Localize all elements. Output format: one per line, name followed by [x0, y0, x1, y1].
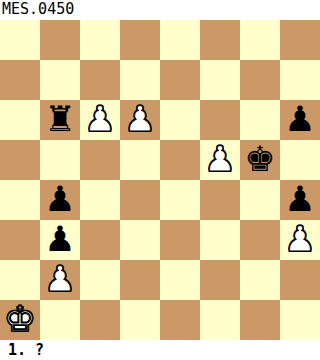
square-b2[interactable]: ♟ — [40, 260, 80, 300]
black-pawn: ♟ — [284, 182, 315, 217]
square-e2[interactable] — [160, 260, 200, 300]
square-a8[interactable] — [0, 20, 40, 60]
chess-board: ♜♟♟♟♟♚♟♟♟♟♟♚ — [0, 20, 320, 340]
black-rook: ♜ — [44, 102, 75, 137]
square-c3[interactable] — [80, 220, 120, 260]
square-d5[interactable] — [120, 140, 160, 180]
white-pawn: ♟ — [204, 142, 235, 177]
square-b5[interactable] — [40, 140, 80, 180]
diagram-title: MES.0450 — [0, 0, 320, 20]
square-d2[interactable] — [120, 260, 160, 300]
square-b4[interactable]: ♟ — [40, 180, 80, 220]
square-h7[interactable] — [280, 60, 320, 100]
square-d4[interactable] — [120, 180, 160, 220]
square-b7[interactable] — [40, 60, 80, 100]
square-e7[interactable] — [160, 60, 200, 100]
square-e3[interactable] — [160, 220, 200, 260]
square-f6[interactable] — [200, 100, 240, 140]
square-g7[interactable] — [240, 60, 280, 100]
square-b3[interactable]: ♟ — [40, 220, 80, 260]
square-a1[interactable]: ♚ — [0, 300, 40, 340]
square-h3[interactable]: ♟ — [280, 220, 320, 260]
square-c1[interactable] — [80, 300, 120, 340]
black-pawn: ♟ — [284, 102, 315, 137]
square-g1[interactable] — [240, 300, 280, 340]
square-a6[interactable] — [0, 100, 40, 140]
black-king: ♚ — [244, 142, 275, 177]
square-e6[interactable] — [160, 100, 200, 140]
square-a3[interactable] — [0, 220, 40, 260]
square-e4[interactable] — [160, 180, 200, 220]
square-f4[interactable] — [200, 180, 240, 220]
square-a2[interactable] — [0, 260, 40, 300]
square-c5[interactable] — [80, 140, 120, 180]
square-g6[interactable] — [240, 100, 280, 140]
black-pawn: ♟ — [44, 182, 75, 217]
square-c4[interactable] — [80, 180, 120, 220]
square-f1[interactable] — [200, 300, 240, 340]
square-b1[interactable] — [40, 300, 80, 340]
square-f2[interactable] — [200, 260, 240, 300]
square-b6[interactable]: ♜ — [40, 100, 80, 140]
square-g3[interactable] — [240, 220, 280, 260]
square-c2[interactable] — [80, 260, 120, 300]
square-e5[interactable] — [160, 140, 200, 180]
square-h4[interactable]: ♟ — [280, 180, 320, 220]
white-pawn: ♟ — [124, 102, 155, 137]
square-c6[interactable]: ♟ — [80, 100, 120, 140]
square-d1[interactable] — [120, 300, 160, 340]
white-pawn: ♟ — [44, 262, 75, 297]
square-f8[interactable] — [200, 20, 240, 60]
white-pawn: ♟ — [284, 222, 315, 257]
move-prompt: 1. ? — [0, 340, 320, 360]
square-g5[interactable]: ♚ — [240, 140, 280, 180]
square-f5[interactable]: ♟ — [200, 140, 240, 180]
white-king: ♚ — [4, 302, 35, 337]
square-f3[interactable] — [200, 220, 240, 260]
chess-puzzle-page: MES.0450 ♜♟♟♟♟♚♟♟♟♟♟♚ 1. ? — [0, 0, 320, 360]
square-d8[interactable] — [120, 20, 160, 60]
square-h8[interactable] — [280, 20, 320, 60]
square-e8[interactable] — [160, 20, 200, 60]
square-a7[interactable] — [0, 60, 40, 100]
square-h2[interactable] — [280, 260, 320, 300]
square-c7[interactable] — [80, 60, 120, 100]
square-b8[interactable] — [40, 20, 80, 60]
square-a5[interactable] — [0, 140, 40, 180]
white-pawn: ♟ — [84, 102, 115, 137]
square-h5[interactable] — [280, 140, 320, 180]
square-h1[interactable] — [280, 300, 320, 340]
square-d7[interactable] — [120, 60, 160, 100]
square-e1[interactable] — [160, 300, 200, 340]
square-f7[interactable] — [200, 60, 240, 100]
black-pawn: ♟ — [44, 222, 75, 257]
square-h6[interactable]: ♟ — [280, 100, 320, 140]
square-g8[interactable] — [240, 20, 280, 60]
square-g4[interactable] — [240, 180, 280, 220]
square-d6[interactable]: ♟ — [120, 100, 160, 140]
square-a4[interactable] — [0, 180, 40, 220]
square-g2[interactable] — [240, 260, 280, 300]
square-d3[interactable] — [120, 220, 160, 260]
square-c8[interactable] — [80, 20, 120, 60]
